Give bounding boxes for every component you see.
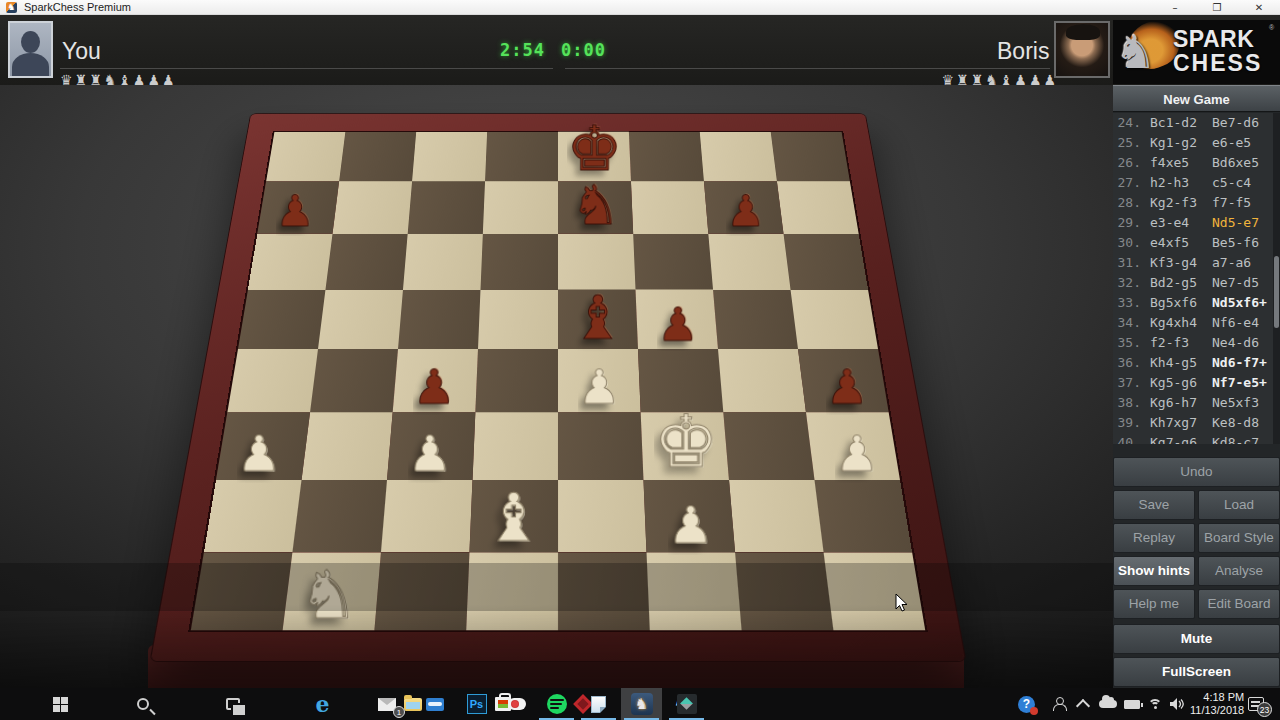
piece-black-pawn-h4[interactable]: ♟ — [826, 363, 869, 410]
move-row[interactable]: 27.h2-h3c5-c4 — [1113, 173, 1280, 193]
show-hints-button[interactable]: Show hints — [1113, 556, 1195, 586]
board-square-h8[interactable] — [771, 132, 850, 182]
move-row[interactable]: 33.Bg5xf6Nd5xf6+ — [1113, 293, 1280, 313]
white-move[interactable]: Kf3-g4 — [1150, 253, 1212, 273]
remote-app-icon — [426, 698, 444, 711]
white-move[interactable]: f2-f3 — [1150, 333, 1212, 353]
move-number: 24. — [1113, 113, 1141, 133]
cloud-icon — [1099, 700, 1117, 708]
black-move[interactable]: Nf7-e5+ — [1212, 373, 1267, 393]
white-move[interactable]: Kg5-g6 — [1150, 373, 1212, 393]
mail-badge: 1 — [393, 706, 405, 718]
board-square-d6[interactable] — [480, 234, 558, 290]
tray-date: 11/13/2018 — [1190, 704, 1244, 717]
white-move[interactable]: Kh7xg7 — [1150, 413, 1212, 433]
move-row[interactable]: 32.Bd2-g5Ne7-d5 — [1113, 273, 1280, 293]
knight-logo-icon: ♞ — [1115, 26, 1156, 78]
piece-white-pawn-f2[interactable]: ♟ — [668, 500, 714, 551]
board-square-g8[interactable] — [700, 132, 777, 182]
board-square-g3[interactable] — [723, 412, 814, 480]
board-square-d4[interactable] — [475, 349, 558, 412]
piece-white-pawn-a3[interactable]: ♟ — [237, 429, 281, 478]
title-bar: ♞ SparkChess Premium – ❐ ✕ — [0, 0, 1280, 15]
board-square-b5[interactable] — [318, 290, 403, 349]
board-square-h3[interactable]: ♟ — [806, 412, 900, 480]
black-move[interactable]: Kd8-c7 — [1212, 433, 1259, 444]
board-square-a8[interactable] — [266, 132, 345, 182]
battery-icon — [1124, 700, 1140, 709]
move-row[interactable]: 26.f4xe5Bd6xe5 — [1113, 153, 1280, 173]
white-move[interactable]: e3-e4 — [1150, 213, 1212, 233]
board-square-f2[interactable]: ♟ — [643, 480, 735, 552]
player-bar: You ♛♜♜♞♝♟♟♟ 2:54 0:00 Boris ♛♜♜♞♝♟♟♟ — [0, 15, 1280, 85]
taskbar-photoshop[interactable]: Ps — [456, 688, 497, 720]
board-square-e5[interactable]: ♝ — [558, 290, 638, 349]
notification-count-badge: 23 — [1257, 702, 1272, 717]
move-number: 38. — [1113, 393, 1141, 413]
board-square-a6[interactable] — [248, 234, 333, 290]
board-square-f3[interactable]: ♚ — [641, 412, 729, 480]
white-move[interactable]: Kh4-g5 — [1150, 353, 1212, 373]
app-icon: ♞ — [6, 2, 17, 13]
divider-you — [60, 68, 553, 69]
board-square-e3[interactable] — [558, 412, 643, 480]
move-row[interactable]: 34.Kg4xh4Nf6-e4 — [1113, 313, 1280, 333]
player-name-you: You — [62, 38, 101, 65]
black-move[interactable]: Nd6-f7+ — [1212, 353, 1267, 373]
move-number: 30. — [1113, 233, 1141, 253]
taskbar-teal-app[interactable] — [666, 688, 707, 720]
board-square-g7[interactable]: ♟ — [704, 181, 784, 234]
white-move[interactable]: Kg1-g2 — [1150, 133, 1212, 153]
close-button[interactable]: ✕ — [1240, 0, 1278, 15]
chevron-up-icon — [1076, 699, 1090, 713]
board-square-g6[interactable] — [708, 234, 790, 290]
sparkchess-logo: ♞ SPARK CHESS ® — [1113, 20, 1280, 84]
black-move[interactable]: Ne7-d5 — [1212, 273, 1259, 293]
black-move[interactable]: Ne5xf3 — [1212, 393, 1259, 413]
piece-black-pawn-f5[interactable]: ♟ — [657, 302, 698, 348]
registered-mark: ® — [1269, 24, 1274, 31]
player-name-opponent: Boris — [997, 38, 1049, 65]
board-square-f8[interactable] — [629, 132, 704, 182]
move-number: 33. — [1113, 293, 1141, 313]
people-icon — [1052, 697, 1066, 711]
move-number: 37. — [1113, 373, 1141, 393]
black-move[interactable]: Nd5xf6+ — [1212, 293, 1267, 313]
taskbar-mail[interactable]: 1 — [366, 688, 407, 720]
logo-line2: CHESS — [1173, 50, 1262, 77]
search-icon — [137, 698, 149, 710]
piece-black-king-e8[interactable]: ♚ — [567, 118, 623, 180]
board-square-c4[interactable]: ♟ — [393, 349, 478, 412]
minimize-button[interactable]: – — [1156, 0, 1194, 15]
move-row[interactable]: 35.f2-f3Ne4-d6 — [1113, 333, 1280, 353]
move-row[interactable]: 39.Kh7xg7Ke8-d8 — [1113, 413, 1280, 433]
taskbar-sparkchess-active[interactable]: ♞ — [621, 688, 662, 720]
black-move[interactable]: f7-f5 — [1212, 193, 1251, 213]
move-row[interactable]: 29.e3-e4Nd5-e7 — [1113, 213, 1280, 233]
board-square-h2[interactable] — [814, 480, 912, 552]
board-square-g2[interactable] — [729, 480, 824, 552]
board-square-c2[interactable] — [381, 480, 473, 552]
move-number: 35. — [1113, 333, 1141, 353]
black-move[interactable]: Be5-f6 — [1212, 233, 1259, 253]
move-row[interactable]: 30.e4xf5Be5-f6 — [1113, 233, 1280, 253]
taskbar-notepad[interactable] — [578, 688, 619, 720]
replay-button[interactable]: Replay — [1113, 523, 1195, 553]
tray-network[interactable] — [1148, 688, 1164, 720]
task-view-button[interactable] — [212, 688, 253, 720]
tray-volume[interactable] — [1170, 688, 1184, 720]
mouse-cursor — [895, 594, 909, 614]
notepad-icon — [591, 696, 606, 713]
spotify-icon — [547, 694, 567, 714]
black-move[interactable]: e6-e5 — [1212, 133, 1251, 153]
board-square-h6[interactable] — [784, 234, 869, 290]
board-square-b7[interactable] — [332, 181, 412, 234]
undo-button[interactable]: Undo — [1113, 457, 1280, 487]
white-move[interactable]: Kg4xh4 — [1150, 313, 1212, 333]
taskbar-edge[interactable]: e — [302, 688, 343, 720]
piece-white-pawn-h3[interactable]: ♟ — [835, 429, 879, 478]
board-square-g5[interactable] — [713, 290, 798, 349]
move-row[interactable]: 24.Bc1-d2Be7-d6 — [1113, 113, 1280, 133]
scrollbar-thumb[interactable] — [1274, 256, 1279, 328]
black-move[interactable]: Nd5-e7 — [1212, 213, 1259, 233]
black-move[interactable]: Nf6-e4 — [1212, 313, 1259, 333]
white-move[interactable]: Bg5xf6 — [1150, 293, 1212, 313]
white-move[interactable]: Kg7-g6 — [1150, 433, 1212, 444]
sparkchess-window: ♞ SparkChess Premium – ❐ ✕ You ♛♜♜♞♝♟♟♟ … — [0, 0, 1280, 720]
overlay-band — [0, 563, 1113, 611]
board-square-d3[interactable] — [473, 412, 558, 480]
board-square-a2[interactable] — [204, 480, 302, 552]
tray-people[interactable] — [1052, 688, 1066, 720]
board-square-g4[interactable] — [718, 349, 806, 412]
sparkchess-app-icon: ♞ — [631, 693, 653, 715]
board-square-d7[interactable] — [483, 181, 558, 234]
move-row[interactable]: 37.Kg5-g6Nf7-e5+ — [1113, 373, 1280, 393]
move-number: 27. — [1113, 173, 1141, 193]
board-square-c3[interactable]: ♟ — [387, 412, 475, 480]
board-square-e4[interactable]: ♟ — [558, 349, 641, 412]
tray-show-hidden[interactable] — [1078, 688, 1088, 720]
chess-board[interactable]: ♚♟♞♟♝♟♟♟♟♟♟♚♟♝♟♞ — [191, 132, 925, 631]
board-square-c6[interactable] — [403, 234, 483, 290]
board-square-c5[interactable] — [398, 290, 480, 349]
board-square-h7[interactable] — [777, 181, 859, 234]
windows-taskbar: e ϟ 1 Ps ♞ ? 4:18 PM11/13/2018 23 — [0, 688, 1280, 720]
piece-black-knight-e7[interactable]: ♞ — [571, 178, 620, 232]
board-square-a5[interactable] — [238, 290, 325, 349]
load-button[interactable]: Load — [1198, 490, 1280, 520]
board-square-h4[interactable]: ♟ — [798, 349, 889, 412]
move-row[interactable]: 38.Kg6-h7Ne5xf3 — [1113, 393, 1280, 413]
help-icon: ? — [1018, 696, 1035, 713]
clock-opponent: 0:00 — [561, 40, 606, 60]
white-move[interactable]: e4xf5 — [1150, 233, 1212, 253]
maximize-button[interactable]: ❐ — [1198, 0, 1236, 15]
teal-app-icon — [677, 694, 697, 714]
analyse-button[interactable]: Analyse — [1198, 556, 1280, 586]
edge-icon: e — [316, 693, 330, 715]
piece-black-pawn-g7[interactable]: ♟ — [726, 189, 765, 232]
edit-board-button[interactable]: Edit Board — [1198, 589, 1280, 619]
board-style-button[interactable]: Board Style — [1198, 523, 1280, 553]
tray-help[interactable]: ? — [1018, 688, 1035, 720]
photoshop-icon: Ps — [467, 694, 487, 714]
move-number: 36. — [1113, 353, 1141, 373]
move-number: 31. — [1113, 253, 1141, 273]
black-move[interactable]: c5-c4 — [1212, 173, 1251, 193]
board-square-b3[interactable] — [302, 412, 393, 480]
move-number: 39. — [1113, 413, 1141, 433]
tray-onedrive[interactable] — [1099, 688, 1117, 720]
move-row[interactable]: 36.Kh4-g5Nd6-f7+ — [1113, 353, 1280, 373]
piece-white-king-f3[interactable]: ♚ — [654, 406, 719, 479]
misc-app-icon — [508, 698, 526, 710]
white-move[interactable]: Kg2-f3 — [1150, 193, 1212, 213]
task-view-icon — [226, 698, 240, 710]
white-move[interactable]: Bd2-g5 — [1150, 273, 1212, 293]
move-number: 26. — [1113, 153, 1141, 173]
move-row[interactable]: 31.Kf3-g4a7-a6 — [1113, 253, 1280, 273]
piece-black-pawn-c4[interactable]: ♟ — [413, 363, 456, 410]
tray-time: 4:18 PM — [1190, 691, 1244, 704]
move-row[interactable]: 25.Kg1-g2e6-e5 — [1113, 133, 1280, 153]
black-move[interactable]: Ne4-d6 — [1212, 333, 1259, 353]
move-row[interactable]: 40.Kg7-g6Kd8-c7 — [1113, 433, 1280, 444]
fullscreen-button[interactable]: FullScreen — [1113, 657, 1280, 687]
board-square-b8[interactable] — [339, 132, 416, 182]
piece-white-bishop-d2[interactable]: ♝ — [484, 484, 543, 550]
board-area: ♚♟♞♟♝♟♟♟♟♟♟♚♟♝♟♞ — [0, 85, 1113, 688]
white-move[interactable]: h2-h3 — [1150, 173, 1212, 193]
board-square-c7[interactable] — [408, 181, 485, 234]
board-square-f7[interactable] — [631, 181, 708, 234]
piece-white-pawn-e4[interactable]: ♟ — [578, 363, 621, 410]
window-title: SparkChess Premium — [24, 1, 131, 13]
action-center[interactable]: 23 — [1248, 688, 1264, 720]
move-number: 40. — [1113, 433, 1141, 444]
board-square-c8[interactable] — [412, 132, 487, 182]
taskbar-spotify[interactable] — [536, 688, 577, 720]
move-number: 32. — [1113, 273, 1141, 293]
logo-line1: SPARK — [1173, 26, 1254, 53]
board-square-e7[interactable]: ♞ — [558, 181, 633, 234]
white-move[interactable]: Bc1-d2 — [1150, 113, 1212, 133]
board-square-a7[interactable]: ♟ — [257, 181, 339, 234]
taskbar-search[interactable] — [122, 688, 163, 720]
move-number: 29. — [1113, 213, 1141, 233]
clock-you: 2:54 — [500, 40, 545, 60]
new-game-button[interactable]: New Game — [1113, 85, 1280, 112]
sidebar: New Game 24.Bc1-d2Be7-d625.Kg1-g2e6-e526… — [1113, 85, 1280, 688]
move-list-scrollbar[interactable] — [1273, 113, 1280, 444]
board-square-b4[interactable] — [310, 349, 398, 412]
move-row[interactable]: 28.Kg2-f3f7-f5 — [1113, 193, 1280, 213]
speaker-icon — [1170, 698, 1184, 710]
sidebar-buttons: Undo Save Load Replay Board Style Show h… — [1113, 457, 1280, 687]
black-move[interactable]: Be7-d6 — [1212, 113, 1259, 133]
piece-black-pawn-a7[interactable]: ♟ — [276, 189, 315, 232]
taskbar-remote-app[interactable] — [414, 688, 455, 720]
board-square-e2[interactable] — [558, 480, 647, 552]
tray-clock[interactable]: 4:18 PM11/13/2018 — [1190, 688, 1244, 720]
divider-opponent — [565, 68, 1050, 69]
white-move[interactable]: Kg6-h7 — [1150, 393, 1212, 413]
black-move[interactable]: a7-a6 — [1212, 253, 1251, 273]
board-square-b6[interactable] — [325, 234, 407, 290]
help-me-button[interactable]: Help me — [1113, 589, 1195, 619]
white-move[interactable]: f4xe5 — [1150, 153, 1212, 173]
board-square-f6[interactable] — [633, 234, 713, 290]
board-square-d5[interactable] — [478, 290, 558, 349]
move-number: 25. — [1113, 133, 1141, 153]
board-square-f5[interactable]: ♟ — [636, 290, 718, 349]
piece-white-pawn-c3[interactable]: ♟ — [408, 429, 452, 478]
board-square-e6[interactable] — [558, 234, 636, 290]
move-list[interactable]: 24.Bc1-d2Be7-d625.Kg1-g2e6-e526.f4xe5Bd6… — [1113, 113, 1280, 444]
board-square-d2[interactable]: ♝ — [469, 480, 558, 552]
start-button[interactable] — [40, 688, 81, 720]
board-square-b2[interactable] — [292, 480, 387, 552]
move-number: 34. — [1113, 313, 1141, 333]
black-move[interactable]: Ke8-d8 — [1212, 413, 1259, 433]
mute-button[interactable]: Mute — [1113, 624, 1280, 654]
board-square-a3[interactable]: ♟ — [216, 412, 310, 480]
board-square-a4[interactable] — [227, 349, 318, 412]
black-move[interactable]: Bd6xe5 — [1212, 153, 1259, 173]
windows-icon — [53, 697, 68, 712]
avatar-opponent — [1054, 21, 1110, 78]
wifi-icon — [1148, 699, 1164, 709]
save-button[interactable]: Save — [1113, 490, 1195, 520]
tray-battery[interactable] — [1124, 688, 1140, 720]
move-number: 28. — [1113, 193, 1141, 213]
board-square-d8[interactable] — [485, 132, 558, 182]
avatar-you — [8, 21, 53, 78]
piece-black-bishop-e5[interactable]: ♝ — [571, 288, 625, 348]
board-square-h5[interactable] — [791, 290, 878, 349]
taskbar-misc-app[interactable] — [496, 688, 537, 720]
